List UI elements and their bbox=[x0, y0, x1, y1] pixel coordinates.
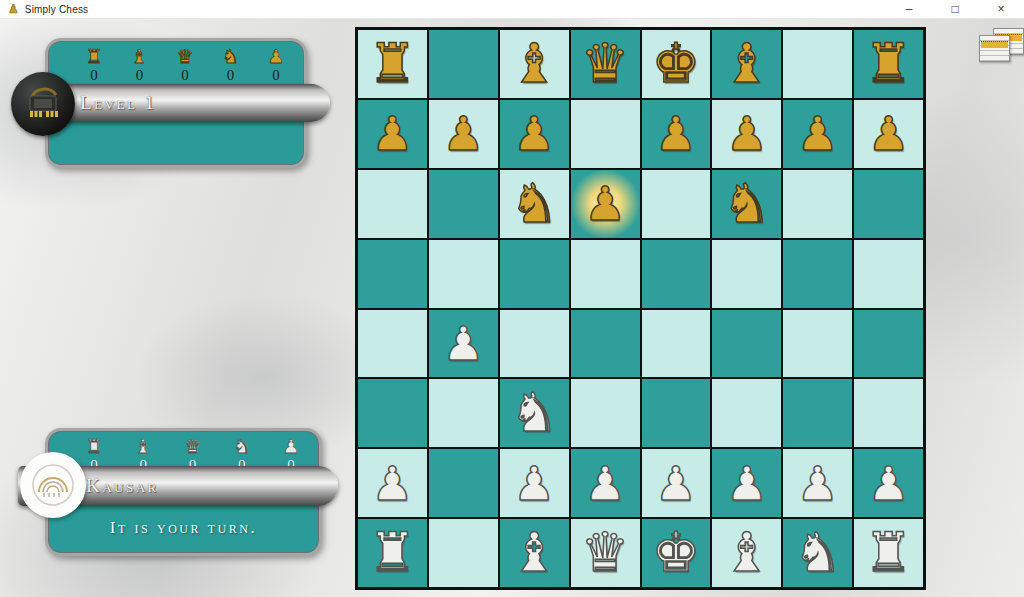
captured-bishop-counter: ♝0 bbox=[120, 45, 160, 84]
square-f5[interactable] bbox=[712, 240, 781, 308]
square-a7[interactable]: ♟ bbox=[358, 100, 427, 168]
captured-knight-count: 0 bbox=[211, 67, 251, 84]
square-c3[interactable]: ♞ bbox=[500, 379, 569, 447]
square-b7[interactable]: ♟ bbox=[429, 100, 498, 168]
square-d5[interactable] bbox=[571, 240, 640, 308]
square-h3[interactable] bbox=[854, 379, 923, 447]
square-c8[interactable]: ♝ bbox=[500, 30, 569, 98]
gold-rook[interactable]: ♜ bbox=[368, 37, 416, 91]
chess-board: ♜♝♛♚♝♜♟♟♟♟♟♟♟♞♟♞♟♞♟♟♟♟♟♟♟♜♝♛♚♝♞♜ bbox=[355, 27, 926, 590]
gold-king[interactable]: ♚ bbox=[652, 37, 700, 91]
square-b3[interactable] bbox=[429, 379, 498, 447]
gold-pawn[interactable]: ♟ bbox=[797, 110, 839, 157]
knight-icon: ♞ bbox=[211, 45, 251, 67]
square-h2[interactable]: ♟ bbox=[854, 449, 923, 517]
minimize-button[interactable]: – bbox=[886, 0, 932, 18]
gold-queen[interactable]: ♛ bbox=[581, 37, 629, 91]
square-f8[interactable]: ♝ bbox=[712, 30, 781, 98]
gold-rook[interactable]: ♜ bbox=[864, 37, 912, 91]
square-g7[interactable]: ♟ bbox=[783, 100, 852, 168]
square-g8[interactable] bbox=[783, 30, 852, 98]
square-f3[interactable] bbox=[712, 379, 781, 447]
square-c1[interactable]: ♝ bbox=[500, 519, 569, 587]
captured-rook-count: 0 bbox=[74, 67, 114, 84]
square-g2[interactable]: ♟ bbox=[783, 449, 852, 517]
silver-rook[interactable]: ♜ bbox=[864, 526, 912, 580]
square-a5[interactable] bbox=[358, 240, 427, 308]
captured-queen-counter: ♛0 bbox=[165, 45, 205, 84]
player-avatar bbox=[20, 452, 86, 518]
square-f4[interactable] bbox=[712, 310, 781, 378]
square-a8[interactable]: ♜ bbox=[358, 30, 427, 98]
square-g1[interactable]: ♞ bbox=[783, 519, 852, 587]
opponent-avatar bbox=[11, 72, 75, 136]
square-b6[interactable] bbox=[429, 170, 498, 238]
square-g5[interactable] bbox=[783, 240, 852, 308]
gold-pawn[interactable]: ♟ bbox=[655, 110, 697, 157]
queen-icon: ♛ bbox=[165, 45, 205, 67]
gold-knight[interactable]: ♞ bbox=[723, 177, 771, 231]
bishop-icon: ♝ bbox=[123, 435, 163, 457]
move-list-icon[interactable] bbox=[979, 28, 1024, 65]
square-e8[interactable]: ♚ bbox=[642, 30, 711, 98]
square-d6[interactable]: ♟ bbox=[571, 170, 640, 238]
square-d1[interactable]: ♛ bbox=[571, 519, 640, 587]
square-d7[interactable] bbox=[571, 100, 640, 168]
captured-bishop-count: 0 bbox=[120, 67, 160, 84]
gold-bishop[interactable]: ♝ bbox=[723, 37, 771, 91]
captured-knight-counter: ♞0 bbox=[211, 45, 251, 84]
square-f1[interactable]: ♝ bbox=[712, 519, 781, 587]
captured-queen-count: 0 bbox=[165, 67, 205, 84]
square-b8[interactable] bbox=[429, 30, 498, 98]
square-d4[interactable] bbox=[571, 310, 640, 378]
square-h7[interactable]: ♟ bbox=[854, 100, 923, 168]
square-e3[interactable] bbox=[642, 379, 711, 447]
rook-icon: ♜ bbox=[74, 435, 114, 457]
silver-pawn[interactable]: ♟ bbox=[584, 460, 626, 507]
square-e6[interactable] bbox=[642, 170, 711, 238]
square-a3[interactable] bbox=[358, 379, 427, 447]
gold-pawn[interactable]: ♟ bbox=[442, 110, 484, 157]
silver-pawn[interactable]: ♟ bbox=[655, 460, 697, 507]
square-e4[interactable] bbox=[642, 310, 711, 378]
square-e7[interactable]: ♟ bbox=[642, 100, 711, 168]
app-pawn-icon: ♟ bbox=[8, 3, 19, 15]
square-b5[interactable] bbox=[429, 240, 498, 308]
silver-pawn[interactable]: ♟ bbox=[797, 460, 839, 507]
captured-pawn-count: 0 bbox=[256, 67, 296, 84]
knight-icon: ♞ bbox=[222, 435, 262, 457]
silver-rook[interactable]: ♜ bbox=[368, 526, 416, 580]
silver-pawn[interactable]: ♟ bbox=[371, 460, 413, 507]
title-bar: ♟ Simply Chess – □ × bbox=[0, 0, 1024, 19]
cpu-icon bbox=[22, 83, 64, 125]
square-c6[interactable]: ♞ bbox=[500, 170, 569, 238]
silver-queen[interactable]: ♛ bbox=[581, 526, 629, 580]
square-a6[interactable] bbox=[358, 170, 427, 238]
gold-bishop[interactable]: ♝ bbox=[510, 37, 558, 91]
square-f2[interactable]: ♟ bbox=[712, 449, 781, 517]
square-h6[interactable] bbox=[854, 170, 923, 238]
square-b4[interactable]: ♟ bbox=[429, 310, 498, 378]
square-f6[interactable]: ♞ bbox=[712, 170, 781, 238]
pawn-icon: ♟ bbox=[256, 45, 296, 67]
square-c2[interactable]: ♟ bbox=[500, 449, 569, 517]
square-h1[interactable]: ♜ bbox=[854, 519, 923, 587]
gold-knight[interactable]: ♞ bbox=[510, 177, 558, 231]
square-a4[interactable] bbox=[358, 310, 427, 378]
square-b2[interactable] bbox=[429, 449, 498, 517]
square-c4[interactable] bbox=[500, 310, 569, 378]
square-b1[interactable] bbox=[429, 519, 498, 587]
square-g6[interactable] bbox=[783, 170, 852, 238]
square-d2[interactable]: ♟ bbox=[571, 449, 640, 517]
move-list-card-front bbox=[979, 35, 1010, 62]
captured-rook-counter: ♜0 bbox=[74, 45, 114, 84]
square-a2[interactable]: ♟ bbox=[358, 449, 427, 517]
square-g4[interactable] bbox=[783, 310, 852, 378]
square-h4[interactable] bbox=[854, 310, 923, 378]
gold-pawn[interactable]: ♟ bbox=[513, 110, 555, 157]
close-button[interactable]: × bbox=[978, 0, 1024, 18]
square-h5[interactable] bbox=[854, 240, 923, 308]
square-e1[interactable]: ♚ bbox=[642, 519, 711, 587]
square-c7[interactable]: ♟ bbox=[500, 100, 569, 168]
silver-bishop[interactable]: ♝ bbox=[723, 526, 771, 580]
square-d3[interactable] bbox=[571, 379, 640, 447]
silver-pawn[interactable]: ♟ bbox=[513, 460, 555, 507]
silver-bishop[interactable]: ♝ bbox=[510, 526, 558, 580]
square-h8[interactable]: ♜ bbox=[854, 30, 923, 98]
square-d8[interactable]: ♛ bbox=[571, 30, 640, 98]
rook-icon: ♜ bbox=[74, 45, 114, 67]
club-logo-icon bbox=[30, 462, 76, 508]
maximize-button[interactable]: □ bbox=[932, 0, 978, 18]
silver-pawn[interactable]: ♟ bbox=[867, 460, 909, 507]
silver-knight[interactable]: ♞ bbox=[793, 526, 841, 580]
window-controls: – □ × bbox=[886, 0, 1024, 18]
captured-pawn-counter: ♟0 bbox=[256, 45, 296, 84]
queen-icon: ♛ bbox=[173, 435, 213, 457]
window-title: Simply Chess bbox=[25, 4, 89, 15]
gold-pawn[interactable]: ♟ bbox=[726, 110, 768, 157]
square-e5[interactable] bbox=[642, 240, 711, 308]
square-e2[interactable]: ♟ bbox=[642, 449, 711, 517]
silver-pawn[interactable]: ♟ bbox=[726, 460, 768, 507]
silver-king[interactable]: ♚ bbox=[652, 526, 700, 580]
pawn-icon: ♟ bbox=[271, 435, 311, 457]
square-a1[interactable]: ♜ bbox=[358, 519, 427, 587]
square-c5[interactable] bbox=[500, 240, 569, 308]
opponent-captured-pieces: ♜0♝0♛0♞0♟0 bbox=[74, 45, 296, 84]
silver-knight[interactable]: ♞ bbox=[510, 386, 558, 440]
turn-status: It is your turn. bbox=[48, 518, 319, 538]
gold-pawn[interactable]: ♟ bbox=[584, 180, 626, 227]
square-f7[interactable]: ♟ bbox=[712, 100, 781, 168]
bishop-icon: ♝ bbox=[120, 45, 160, 67]
square-g3[interactable] bbox=[783, 379, 852, 447]
gold-pawn[interactable]: ♟ bbox=[371, 110, 413, 157]
gold-pawn[interactable]: ♟ bbox=[867, 110, 909, 157]
silver-pawn[interactable]: ♟ bbox=[442, 320, 484, 367]
